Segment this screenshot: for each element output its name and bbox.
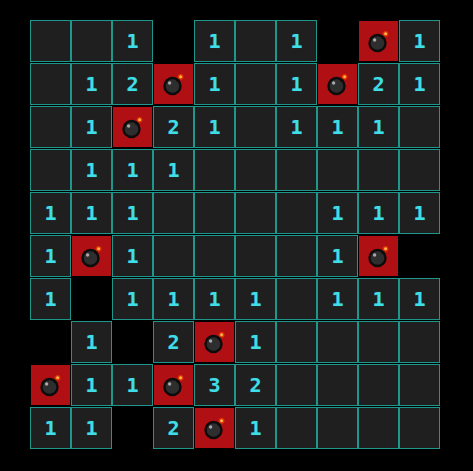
cell-r5c1[interactable]: 1 [30, 192, 71, 234]
adjacent-mine-count: 1 [85, 74, 97, 94]
adjacent-mine-count: 1 [249, 332, 261, 352]
cell-r8c1[interactable] [30, 321, 71, 363]
mine-icon [161, 71, 187, 97]
adjacent-mine-count: 1 [208, 74, 220, 94]
cell-r9c9[interactable] [358, 364, 399, 406]
cell-r1c3[interactable]: 1 [112, 20, 153, 62]
cell-r6c3[interactable]: 1 [112, 235, 153, 277]
cell-r3c6[interactable] [235, 106, 276, 148]
cell-r8c10[interactable] [399, 321, 440, 363]
adjacent-mine-count: 1 [372, 289, 384, 309]
adjacent-mine-count: 1 [331, 203, 343, 223]
minesweeper-board: 111 112 11 211 211111111111111 11 111111… [30, 20, 440, 449]
cell-r10c3[interactable] [112, 407, 153, 449]
adjacent-mine-count: 1 [372, 203, 384, 223]
cell-r9c2[interactable]: 1 [71, 364, 112, 406]
cell-r2c5[interactable]: 1 [194, 63, 235, 105]
cell-r5c5[interactable] [194, 192, 235, 234]
cell-r8c8[interactable] [317, 321, 358, 363]
cell-r1c10[interactable]: 1 [399, 20, 440, 62]
adjacent-mine-count: 1 [413, 289, 425, 309]
cell-r3c8[interactable]: 1 [317, 106, 358, 148]
cell-r4c9[interactable] [358, 149, 399, 191]
cell-r4c5[interactable] [194, 149, 235, 191]
adjacent-mine-count: 1 [167, 289, 179, 309]
cell-r6c1[interactable]: 1 [30, 235, 71, 277]
adjacent-mine-count: 1 [208, 117, 220, 137]
cell-r7c7[interactable] [276, 278, 317, 320]
cell-r3c9[interactable]: 1 [358, 106, 399, 148]
adjacent-mine-count: 1 [290, 31, 302, 51]
cell-r1c4[interactable] [153, 20, 194, 62]
cell-r10c10[interactable] [399, 407, 440, 449]
mine-icon [202, 329, 228, 355]
cell-r6c10[interactable] [399, 235, 440, 277]
adjacent-mine-count: 1 [126, 375, 138, 395]
cell-r1c6[interactable] [235, 20, 276, 62]
cell-r5c9[interactable]: 1 [358, 192, 399, 234]
cell-r1c9[interactable] [358, 20, 399, 62]
cell-r6c8[interactable]: 1 [317, 235, 358, 277]
cell-r3c5[interactable]: 1 [194, 106, 235, 148]
cell-r2c1[interactable] [30, 63, 71, 105]
adjacent-mine-count: 1 [85, 203, 97, 223]
cell-r4c8[interactable] [317, 149, 358, 191]
adjacent-mine-count: 2 [372, 74, 384, 94]
cell-r7c5[interactable]: 1 [194, 278, 235, 320]
adjacent-mine-count: 1 [126, 289, 138, 309]
cell-r7c4[interactable]: 1 [153, 278, 194, 320]
adjacent-mine-count: 1 [331, 117, 343, 137]
cell-r9c5[interactable]: 3 [194, 364, 235, 406]
cell-r1c7[interactable]: 1 [276, 20, 317, 62]
cell-r10c9[interactable] [358, 407, 399, 449]
adjacent-mine-count: 1 [331, 289, 343, 309]
adjacent-mine-count: 2 [249, 375, 261, 395]
cell-r1c5[interactable]: 1 [194, 20, 235, 62]
cell-r3c3[interactable] [112, 106, 153, 148]
cell-r7c10[interactable]: 1 [399, 278, 440, 320]
cell-r9c10[interactable] [399, 364, 440, 406]
adjacent-mine-count: 1 [372, 117, 384, 137]
cell-r10c7[interactable] [276, 407, 317, 449]
adjacent-mine-count: 1 [44, 289, 56, 309]
mine-icon [161, 372, 187, 398]
cell-r6c2[interactable] [71, 235, 112, 277]
cell-r7c3[interactable]: 1 [112, 278, 153, 320]
cell-r8c6[interactable]: 1 [235, 321, 276, 363]
cell-r2c2[interactable]: 1 [71, 63, 112, 105]
cell-r2c7[interactable]: 1 [276, 63, 317, 105]
adjacent-mine-count: 1 [413, 31, 425, 51]
adjacent-mine-count: 1 [208, 289, 220, 309]
cell-r5c6[interactable] [235, 192, 276, 234]
cell-r1c8[interactable] [317, 20, 358, 62]
adjacent-mine-count: 1 [44, 203, 56, 223]
cell-r10c8[interactable] [317, 407, 358, 449]
cell-r8c2[interactable]: 1 [71, 321, 112, 363]
cell-r6c5[interactable] [194, 235, 235, 277]
cell-r2c3[interactable]: 2 [112, 63, 153, 105]
cell-r9c6[interactable]: 2 [235, 364, 276, 406]
adjacent-mine-count: 2 [167, 117, 179, 137]
cell-r8c9[interactable] [358, 321, 399, 363]
mine-icon [366, 28, 392, 54]
cell-r8c5[interactable] [194, 321, 235, 363]
adjacent-mine-count: 1 [249, 418, 261, 438]
adjacent-mine-count: 1 [208, 31, 220, 51]
mine-icon [366, 243, 392, 269]
mine-icon [325, 71, 351, 97]
cell-r8c3[interactable] [112, 321, 153, 363]
cell-r10c2[interactable]: 1 [71, 407, 112, 449]
cell-r3c4[interactable]: 2 [153, 106, 194, 148]
cell-r8c7[interactable] [276, 321, 317, 363]
cell-r4c1[interactable] [30, 149, 71, 191]
adjacent-mine-count: 2 [126, 74, 138, 94]
cell-r3c7[interactable]: 1 [276, 106, 317, 148]
adjacent-mine-count: 1 [85, 160, 97, 180]
cell-r10c5[interactable] [194, 407, 235, 449]
cell-r3c1[interactable] [30, 106, 71, 148]
cell-r7c6[interactable]: 1 [235, 278, 276, 320]
cell-r5c7[interactable] [276, 192, 317, 234]
cell-r4c2[interactable]: 1 [71, 149, 112, 191]
adjacent-mine-count: 1 [413, 203, 425, 223]
adjacent-mine-count: 1 [44, 418, 56, 438]
cell-r9c7[interactable] [276, 364, 317, 406]
mine-icon [38, 372, 64, 398]
cell-r6c6[interactable] [235, 235, 276, 277]
mine-icon [79, 243, 105, 269]
cell-r5c3[interactable]: 1 [112, 192, 153, 234]
cell-r9c1[interactable] [30, 364, 71, 406]
adjacent-mine-count: 1 [126, 246, 138, 266]
adjacent-mine-count: 1 [413, 74, 425, 94]
cell-r9c3[interactable]: 1 [112, 364, 153, 406]
adjacent-mine-count: 1 [85, 418, 97, 438]
cell-r10c1[interactable]: 1 [30, 407, 71, 449]
cell-r6c4[interactable] [153, 235, 194, 277]
adjacent-mine-count: 1 [85, 117, 97, 137]
adjacent-mine-count: 1 [126, 160, 138, 180]
adjacent-mine-count: 1 [44, 246, 56, 266]
adjacent-mine-count: 1 [331, 246, 343, 266]
cell-r4c6[interactable] [235, 149, 276, 191]
cell-r8c4[interactable]: 2 [153, 321, 194, 363]
adjacent-mine-count: 1 [167, 160, 179, 180]
mine-icon [202, 415, 228, 441]
cell-r2c6[interactable] [235, 63, 276, 105]
adjacent-mine-count: 1 [85, 375, 97, 395]
cell-r3c2[interactable]: 1 [71, 106, 112, 148]
adjacent-mine-count: 1 [85, 332, 97, 352]
cell-r9c4[interactable] [153, 364, 194, 406]
cell-r4c10[interactable] [399, 149, 440, 191]
cell-r6c7[interactable] [276, 235, 317, 277]
cell-r5c2[interactable]: 1 [71, 192, 112, 234]
cell-r7c2[interactable] [71, 278, 112, 320]
cell-r4c4[interactable]: 1 [153, 149, 194, 191]
adjacent-mine-count: 2 [167, 332, 179, 352]
cell-r1c2[interactable] [71, 20, 112, 62]
cell-r10c4[interactable]: 2 [153, 407, 194, 449]
cell-r7c8[interactable]: 1 [317, 278, 358, 320]
cell-r5c10[interactable]: 1 [399, 192, 440, 234]
cell-r2c9[interactable]: 2 [358, 63, 399, 105]
adjacent-mine-count: 3 [208, 375, 220, 395]
cell-r9c8[interactable] [317, 364, 358, 406]
adjacent-mine-count: 1 [249, 289, 261, 309]
cell-r5c8[interactable]: 1 [317, 192, 358, 234]
adjacent-mine-count: 1 [126, 203, 138, 223]
cell-r7c9[interactable]: 1 [358, 278, 399, 320]
cell-r3c10[interactable] [399, 106, 440, 148]
cell-r5c4[interactable] [153, 192, 194, 234]
cell-r4c7[interactable] [276, 149, 317, 191]
mine-icon [120, 114, 146, 140]
cell-r1c1[interactable] [30, 20, 71, 62]
cell-r4c3[interactable]: 1 [112, 149, 153, 191]
adjacent-mine-count: 1 [290, 117, 302, 137]
cell-r10c6[interactable]: 1 [235, 407, 276, 449]
cell-r2c4[interactable] [153, 63, 194, 105]
adjacent-mine-count: 2 [167, 418, 179, 438]
adjacent-mine-count: 1 [290, 74, 302, 94]
cell-r7c1[interactable]: 1 [30, 278, 71, 320]
cell-r6c9[interactable] [358, 235, 399, 277]
cell-r2c10[interactable]: 1 [399, 63, 440, 105]
cell-r2c8[interactable] [317, 63, 358, 105]
adjacent-mine-count: 1 [126, 31, 138, 51]
